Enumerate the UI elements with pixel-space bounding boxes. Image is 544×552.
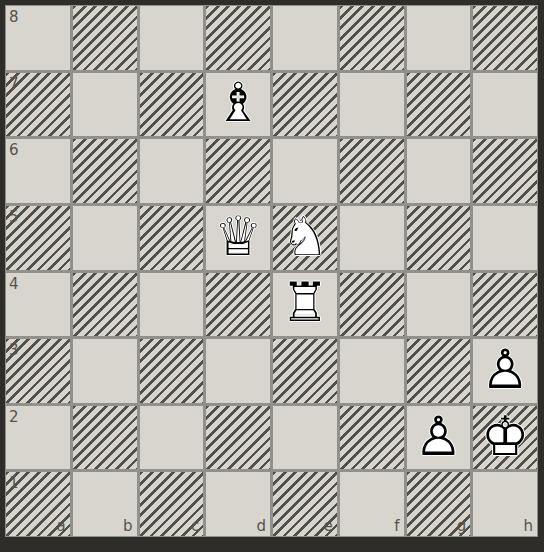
black-undefined-fill-glyph <box>273 6 337 70</box>
file-label-c: c <box>191 517 199 535</box>
piece-white-bishop[interactable]: ♝♗ <box>206 73 270 137</box>
square-d3[interactable] <box>206 339 270 403</box>
square-f1[interactable]: f <box>340 472 404 536</box>
square-e1[interactable]: e <box>273 472 337 536</box>
file-label-h: h <box>523 517 533 535</box>
square-h5[interactable] <box>473 206 537 270</box>
piece-white-pawn[interactable]: ♟♙ <box>473 339 537 403</box>
square-e5[interactable]: ♞♘ <box>273 206 337 270</box>
square-d7[interactable]: ♝♗ <box>206 73 270 137</box>
square-b2[interactable] <box>73 406 137 470</box>
rank-label-3: 3 <box>9 341 19 359</box>
square-b6[interactable] <box>73 139 137 203</box>
square-c4[interactable] <box>140 273 204 337</box>
black-undefined-fill-glyph <box>340 6 404 70</box>
white-knight-outline-glyph: ♘ <box>273 206 337 270</box>
square-d4[interactable] <box>206 273 270 337</box>
black-undefined-fill-glyph <box>340 139 404 203</box>
piece-black-undefined[interactable] <box>273 73 337 137</box>
piece-black-undefined[interactable] <box>340 139 404 203</box>
file-label-g: g <box>457 517 467 535</box>
white-pawn-outline-glyph: ♙ <box>473 339 537 403</box>
rank-label-8: 8 <box>9 8 19 26</box>
black-undefined-fill-glyph <box>407 206 471 270</box>
square-h4[interactable] <box>473 273 537 337</box>
black-undefined-fill-glyph <box>273 73 337 137</box>
piece-white-rook[interactable]: ♜♖ <box>273 273 337 337</box>
square-a8[interactable]: 8 <box>6 6 70 70</box>
square-b1[interactable]: b <box>73 472 137 536</box>
square-g3[interactable] <box>407 339 471 403</box>
white-king-outline-glyph: ♔ <box>473 406 537 470</box>
square-b7[interactable] <box>73 73 137 137</box>
chessboard: 87♝♗65♛♕♞♘4♜♖3♟♙2♟♙♚♔1abcdefgh <box>5 5 538 537</box>
square-h7[interactable] <box>473 73 537 137</box>
square-c6[interactable] <box>140 139 204 203</box>
piece-white-pawn[interactable]: ♟♙ <box>407 406 471 470</box>
rank-label-2: 2 <box>9 408 19 426</box>
file-label-b: b <box>123 517 133 535</box>
file-label-d: d <box>256 517 266 535</box>
square-b4[interactable] <box>73 273 137 337</box>
square-c8[interactable] <box>140 6 204 70</box>
piece-white-king[interactable]: ♚♔ <box>473 406 537 470</box>
square-h2[interactable]: ♚♔ <box>473 406 537 470</box>
square-e3[interactable] <box>273 339 337 403</box>
square-g4[interactable] <box>407 273 471 337</box>
black-undefined-fill-glyph <box>473 73 537 137</box>
square-g2[interactable]: ♟♙ <box>407 406 471 470</box>
black-undefined-fill-glyph <box>407 73 471 137</box>
square-d8[interactable] <box>206 6 270 70</box>
square-f8[interactable] <box>340 6 404 70</box>
square-g1[interactable]: g <box>407 472 471 536</box>
square-b8[interactable] <box>73 6 137 70</box>
square-c3[interactable] <box>140 339 204 403</box>
square-f6[interactable] <box>340 139 404 203</box>
square-c5[interactable] <box>140 206 204 270</box>
square-a5[interactable]: 5 <box>6 206 70 270</box>
square-f2[interactable] <box>340 406 404 470</box>
piece-black-undefined[interactable] <box>340 6 404 70</box>
square-c7[interactable] <box>140 73 204 137</box>
piece-white-knight[interactable]: ♞♘ <box>273 206 337 270</box>
square-e7[interactable] <box>273 73 337 137</box>
square-d6[interactable] <box>206 139 270 203</box>
square-f7[interactable] <box>340 73 404 137</box>
square-a1[interactable]: 1a <box>6 472 70 536</box>
square-g5[interactable] <box>407 206 471 270</box>
square-a2[interactable]: 2 <box>6 406 70 470</box>
file-label-f: f <box>394 517 399 535</box>
square-f3[interactable] <box>340 339 404 403</box>
square-c1[interactable]: c <box>140 472 204 536</box>
square-a4[interactable]: 4 <box>6 273 70 337</box>
square-a7[interactable]: 7 <box>6 73 70 137</box>
square-h1[interactable]: h <box>473 472 537 536</box>
square-g6[interactable] <box>407 139 471 203</box>
square-f4[interactable] <box>340 273 404 337</box>
square-e8[interactable] <box>273 6 337 70</box>
piece-black-undefined[interactable] <box>407 73 471 137</box>
square-a3[interactable]: 3 <box>6 339 70 403</box>
white-rook-outline-glyph: ♖ <box>273 273 337 337</box>
rank-label-7: 7 <box>9 75 19 93</box>
square-a6[interactable]: 6 <box>6 139 70 203</box>
square-e6[interactable] <box>273 139 337 203</box>
square-c2[interactable] <box>140 406 204 470</box>
rank-label-5: 5 <box>9 208 19 226</box>
square-b5[interactable] <box>73 206 137 270</box>
square-g8[interactable] <box>407 6 471 70</box>
white-pawn-outline-glyph: ♙ <box>407 406 471 470</box>
file-label-e: e <box>324 517 333 535</box>
piece-white-queen[interactable]: ♛♕ <box>206 206 270 270</box>
white-queen-outline-glyph: ♕ <box>206 206 270 270</box>
square-e2[interactable] <box>273 406 337 470</box>
square-d2[interactable] <box>206 406 270 470</box>
square-d1[interactable]: d <box>206 472 270 536</box>
board-frame: 87♝♗65♛♕♞♘4♜♖3♟♙2♟♙♚♔1abcdefgh <box>0 0 544 552</box>
square-f5[interactable] <box>340 206 404 270</box>
piece-black-undefined[interactable] <box>273 6 337 70</box>
square-h6[interactable] <box>473 139 537 203</box>
square-g7[interactable] <box>407 73 471 137</box>
rank-label-6: 6 <box>9 141 19 159</box>
square-h3[interactable]: ♟♙ <box>473 339 537 403</box>
square-b3[interactable] <box>73 339 137 403</box>
rank-label-4: 4 <box>9 275 19 293</box>
piece-black-undefined[interactable] <box>407 206 471 270</box>
file-label-a: a <box>57 517 66 535</box>
square-d5[interactable]: ♛♕ <box>206 206 270 270</box>
white-bishop-outline-glyph: ♗ <box>206 73 270 137</box>
square-h8[interactable] <box>473 6 537 70</box>
square-e4[interactable]: ♜♖ <box>273 273 337 337</box>
piece-black-undefined[interactable] <box>473 73 537 137</box>
rank-label-1: 1 <box>9 474 19 492</box>
